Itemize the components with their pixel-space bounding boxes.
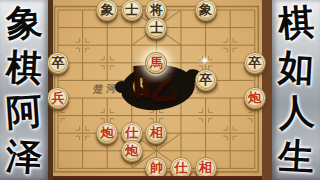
banner-char: 阿 [5,89,44,135]
left-banner: 象棋阿泽 [0,0,48,180]
banner-char: 棋 [5,45,43,91]
banner-char: 棋 [277,0,316,46]
banner-char: 泽 [5,134,43,180]
piece-black-soldier-1[interactable]: 卒 [47,52,69,74]
piece-black-soldier-3[interactable]: 卒 [195,69,217,91]
piece-black-soldier-2[interactable]: 卒 [244,52,266,74]
piece-red-cannon-1[interactable]: 炮 [244,87,266,109]
sparkle-effect: ✦ [201,56,209,66]
piece-black-advisor-2[interactable]: 士 [145,17,167,39]
banner-char: 生 [277,134,315,180]
banner-char: 象 [5,0,44,46]
xiangqi-board[interactable]: 楚河 汉界 吃 象士将象士卒卒卒馬兵炮炮仕相炮帥仕相✦ [48,0,272,180]
piece-black-advisor-1[interactable]: 士 [121,0,143,21]
game-screen: 象棋阿泽 楚河 汉界 吃 象士将象士卒卒卒馬兵炮炮仕相炮帥仕相✦ 棋如人生 [0,0,320,180]
banner-char: 如 [277,45,315,91]
piece-black-elephant-2[interactable]: 象 [195,0,217,21]
board-bottom-frame [53,176,262,180]
piece-red-cannon-3[interactable]: 炮 [121,140,143,162]
piece-red-soldier-1[interactable]: 兵 [47,87,69,109]
banner-char: 人 [277,89,316,135]
right-banner: 棋如人生 [272,0,320,180]
